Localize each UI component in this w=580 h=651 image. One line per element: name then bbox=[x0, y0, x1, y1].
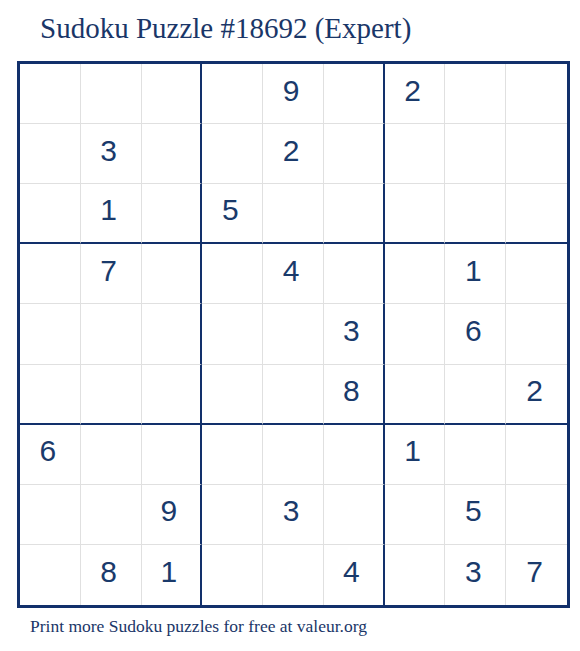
cell-r3c6[interactable] bbox=[324, 184, 385, 244]
given-digit: 5 bbox=[465, 496, 482, 526]
cell-r6c1[interactable] bbox=[20, 365, 81, 425]
given-digit: 7 bbox=[526, 557, 543, 587]
cell-r2c4[interactable] bbox=[202, 124, 263, 184]
cell-r2c6[interactable] bbox=[324, 124, 385, 184]
cell-r8c6[interactable] bbox=[324, 485, 385, 545]
cell-r4c3[interactable] bbox=[142, 244, 203, 304]
cell-r1c3[interactable] bbox=[142, 64, 203, 124]
given-digit: 3 bbox=[100, 136, 117, 166]
cell-r8c9[interactable] bbox=[506, 485, 567, 545]
given-digit: 8 bbox=[343, 376, 360, 406]
given-digit: 4 bbox=[283, 256, 300, 286]
cell-r6c3[interactable] bbox=[142, 365, 203, 425]
cell-r7c8[interactable] bbox=[445, 425, 506, 485]
given-digit: 7 bbox=[100, 256, 117, 286]
cell-r9c5[interactable] bbox=[263, 545, 324, 605]
cell-r7c4[interactable] bbox=[202, 425, 263, 485]
cell-r2c8[interactable] bbox=[445, 124, 506, 184]
given-digit: 3 bbox=[283, 496, 300, 526]
cell-r8c3[interactable]: 9 bbox=[142, 485, 203, 545]
given-digit: 1 bbox=[100, 195, 117, 225]
cell-r8c1[interactable] bbox=[20, 485, 81, 545]
cell-r1c2[interactable] bbox=[81, 64, 142, 124]
cell-r3c4[interactable]: 5 bbox=[202, 184, 263, 244]
given-digit: 6 bbox=[40, 436, 57, 466]
cell-r6c7[interactable] bbox=[385, 365, 446, 425]
given-digit: 8 bbox=[100, 557, 117, 587]
cell-r3c7[interactable] bbox=[385, 184, 446, 244]
cell-r8c7[interactable] bbox=[385, 485, 446, 545]
cell-r7c5[interactable] bbox=[263, 425, 324, 485]
cell-r4c5[interactable]: 4 bbox=[263, 244, 324, 304]
cell-r2c2[interactable]: 3 bbox=[81, 124, 142, 184]
given-digit: 2 bbox=[526, 376, 543, 406]
given-digit: 1 bbox=[465, 256, 482, 286]
cell-r3c8[interactable] bbox=[445, 184, 506, 244]
cell-r5c8[interactable]: 6 bbox=[445, 304, 506, 364]
cell-r5c6[interactable]: 3 bbox=[324, 304, 385, 364]
cell-r7c6[interactable] bbox=[324, 425, 385, 485]
cell-r9c1[interactable] bbox=[20, 545, 81, 605]
cell-r1c7[interactable]: 2 bbox=[385, 64, 446, 124]
given-digit: 6 bbox=[465, 316, 482, 346]
cell-r5c9[interactable] bbox=[506, 304, 567, 364]
cell-r4c9[interactable] bbox=[506, 244, 567, 304]
cell-r6c5[interactable] bbox=[263, 365, 324, 425]
cell-r2c1[interactable] bbox=[20, 124, 81, 184]
cell-r7c9[interactable] bbox=[506, 425, 567, 485]
cell-r8c8[interactable]: 5 bbox=[445, 485, 506, 545]
cell-r9c2[interactable]: 8 bbox=[81, 545, 142, 605]
cell-r5c5[interactable] bbox=[263, 304, 324, 364]
given-digit: 3 bbox=[465, 557, 482, 587]
given-digit: 1 bbox=[404, 436, 421, 466]
cell-r4c2[interactable]: 7 bbox=[81, 244, 142, 304]
cell-r4c7[interactable] bbox=[385, 244, 446, 304]
cell-r5c3[interactable] bbox=[142, 304, 203, 364]
page-title: Sudoku Puzzle #18692 (Expert) bbox=[40, 12, 411, 45]
sudoku-board: 92321574136826193581437 bbox=[17, 61, 570, 608]
given-digit: 3 bbox=[343, 316, 360, 346]
cell-r9c8[interactable]: 3 bbox=[445, 545, 506, 605]
cell-r6c4[interactable] bbox=[202, 365, 263, 425]
cell-r6c9[interactable]: 2 bbox=[506, 365, 567, 425]
cell-r5c1[interactable] bbox=[20, 304, 81, 364]
cell-r8c5[interactable]: 3 bbox=[263, 485, 324, 545]
given-digit: 5 bbox=[222, 195, 239, 225]
cell-r3c3[interactable] bbox=[142, 184, 203, 244]
given-digit: 2 bbox=[404, 76, 421, 106]
cell-r2c7[interactable] bbox=[385, 124, 446, 184]
given-digit: 9 bbox=[161, 496, 178, 526]
cell-r1c1[interactable] bbox=[20, 64, 81, 124]
cell-r4c1[interactable] bbox=[20, 244, 81, 304]
cell-r2c9[interactable] bbox=[506, 124, 567, 184]
cell-r6c2[interactable] bbox=[81, 365, 142, 425]
cell-r1c9[interactable] bbox=[506, 64, 567, 124]
cell-r5c2[interactable] bbox=[81, 304, 142, 364]
cell-r7c1[interactable]: 6 bbox=[20, 425, 81, 485]
cell-r8c4[interactable] bbox=[202, 485, 263, 545]
footer-text: Print more Sudoku puzzles for free at va… bbox=[30, 616, 367, 637]
cell-r6c8[interactable] bbox=[445, 365, 506, 425]
cell-r7c2[interactable] bbox=[81, 425, 142, 485]
cell-r3c5[interactable] bbox=[263, 184, 324, 244]
cell-r9c3[interactable]: 1 bbox=[142, 545, 203, 605]
cell-r6c6[interactable]: 8 bbox=[324, 365, 385, 425]
cell-r3c9[interactable] bbox=[506, 184, 567, 244]
cell-r4c4[interactable] bbox=[202, 244, 263, 304]
cell-r4c6[interactable] bbox=[324, 244, 385, 304]
cell-r1c4[interactable] bbox=[202, 64, 263, 124]
cell-r1c6[interactable] bbox=[324, 64, 385, 124]
cell-r3c1[interactable] bbox=[20, 184, 81, 244]
cell-r9c7[interactable] bbox=[385, 545, 446, 605]
cell-r9c9[interactable]: 7 bbox=[506, 545, 567, 605]
cell-r9c4[interactable] bbox=[202, 545, 263, 605]
cell-r9c6[interactable]: 4 bbox=[324, 545, 385, 605]
given-digit: 2 bbox=[283, 136, 300, 166]
cell-r4c8[interactable]: 1 bbox=[445, 244, 506, 304]
cell-r5c4[interactable] bbox=[202, 304, 263, 364]
given-digit: 9 bbox=[283, 76, 300, 106]
cell-r2c5[interactable]: 2 bbox=[263, 124, 324, 184]
cell-r5c7[interactable] bbox=[385, 304, 446, 364]
given-digit: 4 bbox=[343, 557, 360, 587]
cell-r7c7[interactable]: 1 bbox=[385, 425, 446, 485]
cell-r7c3[interactable] bbox=[142, 425, 203, 485]
cell-r3c2[interactable]: 1 bbox=[81, 184, 142, 244]
cell-r2c3[interactable] bbox=[142, 124, 203, 184]
cell-r1c8[interactable] bbox=[445, 64, 506, 124]
given-digit: 1 bbox=[161, 557, 178, 587]
cell-r8c2[interactable] bbox=[81, 485, 142, 545]
cell-r1c5[interactable]: 9 bbox=[263, 64, 324, 124]
